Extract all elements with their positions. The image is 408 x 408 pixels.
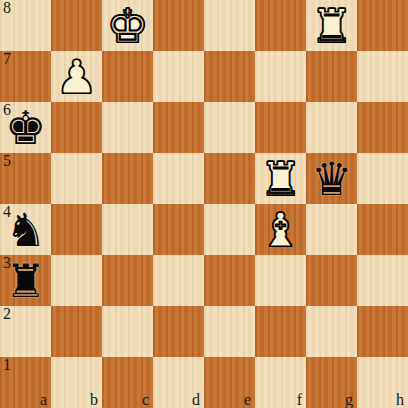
square-b5[interactable] — [51, 153, 102, 204]
square-e7[interactable] — [204, 51, 255, 102]
square-e3[interactable] — [204, 255, 255, 306]
piece-white-bishop-f4[interactable]: ♝ — [255, 204, 306, 255]
file-label-d: d — [192, 392, 200, 408]
piece-white-king-c8[interactable]: ♚ — [102, 0, 153, 51]
square-b1[interactable]: b — [51, 357, 102, 408]
square-b2[interactable] — [51, 306, 102, 357]
square-h7[interactable] — [357, 51, 408, 102]
square-f6[interactable] — [255, 102, 306, 153]
square-b6[interactable] — [51, 102, 102, 153]
square-e8[interactable] — [204, 0, 255, 51]
square-e2[interactable] — [204, 306, 255, 357]
square-a1[interactable]: 1a — [0, 357, 51, 408]
square-a6[interactable]: 6♚ — [0, 102, 51, 153]
square-b3[interactable] — [51, 255, 102, 306]
square-a5[interactable]: 5 — [0, 153, 51, 204]
square-b8[interactable] — [51, 0, 102, 51]
square-f4[interactable]: ♝ — [255, 204, 306, 255]
square-h8[interactable] — [357, 0, 408, 51]
rank-label-5: 5 — [3, 153, 11, 169]
square-a8[interactable]: 8 — [0, 0, 51, 51]
rank-label-6: 6 — [3, 102, 11, 118]
square-d2[interactable] — [153, 306, 204, 357]
square-c2[interactable] — [102, 306, 153, 357]
square-g5[interactable]: ♛ — [306, 153, 357, 204]
square-e4[interactable] — [204, 204, 255, 255]
rank-label-1: 1 — [3, 357, 11, 373]
rank-label-4: 4 — [3, 204, 11, 220]
square-e1[interactable]: e — [204, 357, 255, 408]
square-h1[interactable]: h — [357, 357, 408, 408]
square-c6[interactable] — [102, 102, 153, 153]
square-a3[interactable]: 3♜ — [0, 255, 51, 306]
square-d3[interactable] — [153, 255, 204, 306]
piece-white-rook-f5[interactable]: ♜ — [255, 153, 306, 204]
square-g2[interactable] — [306, 306, 357, 357]
rank-label-3: 3 — [3, 255, 11, 271]
square-g8[interactable]: ♜ — [306, 0, 357, 51]
square-h3[interactable] — [357, 255, 408, 306]
square-h2[interactable] — [357, 306, 408, 357]
square-a7[interactable]: 7 — [0, 51, 51, 102]
square-e5[interactable] — [204, 153, 255, 204]
file-label-g: g — [345, 392, 353, 408]
square-f8[interactable] — [255, 0, 306, 51]
square-g6[interactable] — [306, 102, 357, 153]
file-label-h: h — [396, 392, 404, 408]
square-f2[interactable] — [255, 306, 306, 357]
rank-label-2: 2 — [3, 306, 11, 322]
square-d1[interactable]: d — [153, 357, 204, 408]
square-b4[interactable] — [51, 204, 102, 255]
file-label-b: b — [90, 392, 98, 408]
square-f3[interactable] — [255, 255, 306, 306]
piece-black-queen-g5[interactable]: ♛ — [306, 153, 357, 204]
square-c5[interactable] — [102, 153, 153, 204]
piece-white-rook-g8[interactable]: ♜ — [306, 0, 357, 51]
square-h5[interactable] — [357, 153, 408, 204]
square-g3[interactable] — [306, 255, 357, 306]
file-label-f: f — [297, 392, 302, 408]
square-d7[interactable] — [153, 51, 204, 102]
square-c7[interactable] — [102, 51, 153, 102]
square-d5[interactable] — [153, 153, 204, 204]
file-label-c: c — [142, 392, 149, 408]
square-g7[interactable] — [306, 51, 357, 102]
square-f1[interactable]: f — [255, 357, 306, 408]
square-f5[interactable]: ♜ — [255, 153, 306, 204]
piece-white-pawn-b7[interactable]: ♟ — [51, 51, 102, 102]
square-b7[interactable]: ♟ — [51, 51, 102, 102]
rank-label-8: 8 — [3, 0, 11, 16]
square-h4[interactable] — [357, 204, 408, 255]
square-d6[interactable] — [153, 102, 204, 153]
square-c1[interactable]: c — [102, 357, 153, 408]
square-f7[interactable] — [255, 51, 306, 102]
file-label-e: e — [244, 392, 251, 408]
square-c3[interactable] — [102, 255, 153, 306]
square-a4[interactable]: 4♞ — [0, 204, 51, 255]
file-label-a: a — [40, 392, 47, 408]
square-d8[interactable] — [153, 0, 204, 51]
chess-board: 8♚♜7♟6♚5♜♛4♞♝3♜21abcdefgh — [0, 0, 408, 408]
square-d4[interactable] — [153, 204, 204, 255]
square-c4[interactable] — [102, 204, 153, 255]
square-g4[interactable] — [306, 204, 357, 255]
rank-label-7: 7 — [3, 51, 11, 67]
square-h6[interactable] — [357, 102, 408, 153]
square-c8[interactable]: ♚ — [102, 0, 153, 51]
square-e6[interactable] — [204, 102, 255, 153]
square-a2[interactable]: 2 — [0, 306, 51, 357]
square-g1[interactable]: g — [306, 357, 357, 408]
